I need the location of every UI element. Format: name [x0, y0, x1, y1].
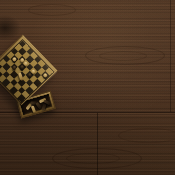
plank-seam-vertical-right	[170, 0, 171, 112]
drawer-piece-light[interactable]	[31, 105, 36, 112]
wood-figure	[28, 4, 76, 16]
floor	[0, 0, 175, 175]
wood-figure	[66, 153, 120, 164]
drawer-piece-dark[interactable]	[41, 104, 46, 111]
wood-figure	[99, 51, 147, 61]
wood-figure	[118, 128, 175, 143]
plank-seam-vertical-bottom	[97, 113, 98, 175]
